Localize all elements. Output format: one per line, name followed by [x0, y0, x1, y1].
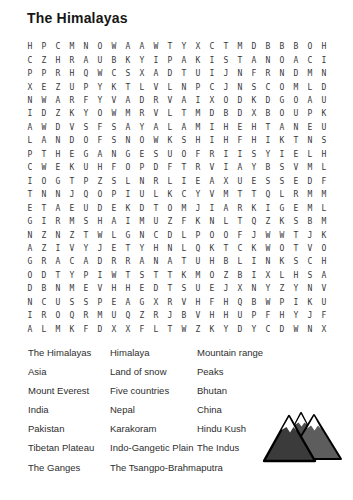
grid-cell: I — [23, 309, 37, 322]
grid-cell: F — [233, 228, 247, 241]
grid-cell: L — [219, 215, 233, 228]
grid-cell: A — [93, 148, 107, 161]
grid-cell: O — [177, 148, 191, 161]
mountains-icon — [263, 411, 345, 465]
grid-cell: T — [233, 188, 247, 201]
grid-cell: E — [135, 282, 149, 295]
grid-cell: T — [37, 201, 51, 214]
grid-cell: P — [79, 80, 93, 93]
grid-cell: M — [65, 40, 79, 53]
grid-cell: A — [177, 121, 191, 134]
grid-cell: T — [261, 121, 275, 134]
grid-cell: P — [79, 269, 93, 282]
grid-cell: E — [191, 175, 205, 188]
grid-cell: P — [247, 309, 261, 322]
grid-cell: S — [219, 53, 233, 66]
grid-cell: T — [65, 175, 79, 188]
grid-cell: J — [247, 228, 261, 241]
grid-cell: C — [205, 40, 219, 53]
grid-cell: D — [275, 323, 289, 336]
grid-cell: Y — [247, 161, 261, 174]
grid-cell: Q — [261, 188, 275, 201]
grid-cell: V — [149, 107, 163, 120]
grid-cell: I — [233, 148, 247, 161]
word-list-item: Himalaya — [110, 347, 197, 366]
grid-cell: A — [163, 255, 177, 268]
grid-cell: A — [275, 121, 289, 134]
grid-cell: Y — [177, 40, 191, 53]
grid-cell: A — [289, 53, 303, 66]
grid-cell: K — [65, 323, 79, 336]
grid-cell: S — [79, 121, 93, 134]
grid-cell: F — [191, 148, 205, 161]
grid-cell: T — [219, 40, 233, 53]
grid-cell: R — [149, 94, 163, 107]
grid-cell: R — [65, 53, 79, 66]
grid-cell: R — [37, 255, 51, 268]
grid-cell: Y — [261, 282, 275, 295]
grid-cell: B — [233, 269, 247, 282]
grid-cell: O — [93, 188, 107, 201]
grid-cell: X — [107, 323, 121, 336]
grid-cell: I — [275, 148, 289, 161]
grid-cell: U — [191, 67, 205, 80]
grid-cell: S — [149, 148, 163, 161]
grid-cell: H — [317, 40, 331, 53]
grid-cell: N — [23, 296, 37, 309]
grid-cell: N — [51, 188, 65, 201]
grid-cell: C — [261, 80, 275, 93]
grid-cell: B — [261, 40, 275, 53]
grid-cell: M — [191, 269, 205, 282]
grid-cell: T — [51, 269, 65, 282]
grid-cell: S — [303, 269, 317, 282]
grid-cell: G — [79, 148, 93, 161]
grid-cell: F — [205, 296, 219, 309]
grid-cell: N — [37, 188, 51, 201]
grid-cell: N — [51, 282, 65, 295]
grid-cell: Z — [93, 175, 107, 188]
grid-cell: Y — [191, 188, 205, 201]
grid-cell: C — [303, 255, 317, 268]
grid-cell: T — [149, 269, 163, 282]
grid-cell: F — [135, 323, 149, 336]
grid-cell: U — [233, 175, 247, 188]
grid-cell: M — [51, 323, 65, 336]
grid-cell: O — [275, 242, 289, 255]
grid-cell: G — [121, 228, 135, 241]
grid-cell: T — [233, 53, 247, 66]
grid-cell: K — [275, 255, 289, 268]
word-list-item: Indo-Gangetic Plain — [110, 442, 197, 461]
grid-cell: A — [23, 242, 37, 255]
grid-cell: O — [289, 94, 303, 107]
grid-cell: H — [219, 309, 233, 322]
grid-cell: R — [205, 148, 219, 161]
grid-cell: K — [247, 201, 261, 214]
grid-cell: T — [219, 242, 233, 255]
grid-cell: S — [107, 175, 121, 188]
grid-cell: W — [93, 67, 107, 80]
grid-cell: R — [289, 188, 303, 201]
grid-cell: A — [205, 175, 219, 188]
grid-cell: A — [79, 255, 93, 268]
page-title: The Himalayas — [27, 10, 128, 26]
grid-cell: B — [219, 255, 233, 268]
grid-cell: M — [93, 309, 107, 322]
grid-cell: Y — [79, 107, 93, 120]
grid-cell: N — [247, 282, 261, 295]
grid-cell: W — [107, 40, 121, 53]
grid-cell: U — [79, 161, 93, 174]
grid-cell: B — [303, 215, 317, 228]
grid-cell: N — [177, 80, 191, 93]
grid-cell: K — [247, 94, 261, 107]
grid-cell: A — [51, 201, 65, 214]
grid-cell: D — [93, 201, 107, 214]
grid-cell: O — [37, 175, 51, 188]
grid-cell: Q — [65, 309, 79, 322]
grid-cell: E — [135, 148, 149, 161]
grid-cell: U — [317, 296, 331, 309]
grid-cell: Z — [37, 53, 51, 66]
grid-cell: O — [219, 94, 233, 107]
grid-cell: K — [65, 107, 79, 120]
grid-cell: T — [163, 282, 177, 295]
grid-cell: K — [205, 323, 219, 336]
grid-cell: M — [219, 188, 233, 201]
grid-cell: N — [51, 134, 65, 147]
word-list-item: The Ganges — [28, 462, 110, 481]
grid-cell: E — [289, 201, 303, 214]
grid-cell: O — [135, 134, 149, 147]
grid-cell: J — [303, 309, 317, 322]
grid-cell: G — [275, 94, 289, 107]
grid-cell: E — [233, 121, 247, 134]
grid-cell: W — [37, 121, 51, 134]
grid-cell: Z — [275, 282, 289, 295]
grid-cell: O — [275, 53, 289, 66]
grid-cell: B — [275, 40, 289, 53]
grid-cell: X — [205, 94, 219, 107]
grid-cell: H — [205, 255, 219, 268]
word-list-item: Pakistan — [28, 423, 110, 442]
grid-cell: B — [219, 107, 233, 120]
grid-cell: H — [191, 296, 205, 309]
grid-cell: N — [51, 228, 65, 241]
grid-cell: A — [121, 121, 135, 134]
grid-cell: X — [149, 296, 163, 309]
grid-cell: P — [135, 161, 149, 174]
grid-cell: M — [191, 121, 205, 134]
word-list-item: Bhutan — [197, 385, 263, 404]
grid-cell: W — [261, 228, 275, 241]
grid-cell: Z — [135, 309, 149, 322]
grid-cell: K — [107, 80, 121, 93]
grid-cell: I — [93, 269, 107, 282]
grid-cell: R — [163, 296, 177, 309]
grid-cell: C — [205, 80, 219, 93]
grid-cell: A — [23, 323, 37, 336]
grid-cell: P — [191, 228, 205, 241]
grid-cell: I — [247, 255, 261, 268]
grid-cell: U — [163, 148, 177, 161]
word-list-item: Tibetan Plateau — [28, 442, 110, 461]
grid-cell: D — [233, 323, 247, 336]
grid-cell: M — [233, 40, 247, 53]
grid-cell: G — [135, 296, 149, 309]
grid-cell: S — [261, 175, 275, 188]
grid-cell: I — [205, 201, 219, 214]
grid-cell: A — [177, 94, 191, 107]
grid-cell: Z — [65, 228, 79, 241]
grid-cell: K — [317, 107, 331, 120]
grid-cell: I — [121, 215, 135, 228]
grid-cell: M — [191, 107, 205, 120]
grid-cell: O — [205, 228, 219, 241]
grid-cell: R — [51, 67, 65, 80]
grid-cell: H — [51, 148, 65, 161]
grid-cell: B — [261, 107, 275, 120]
grid-cell: N — [135, 228, 149, 241]
grid-cell: L — [163, 107, 177, 120]
grid-cell: L — [163, 121, 177, 134]
grid-cell: F — [93, 134, 107, 147]
grid-cell: M — [65, 282, 79, 295]
grid-cell: L — [107, 228, 121, 241]
grid-cell: F — [177, 215, 191, 228]
grid-cell: M — [303, 67, 317, 80]
grid-cell: N — [107, 148, 121, 161]
grid-cell: P — [23, 148, 37, 161]
grid-cell: J — [191, 201, 205, 214]
grid-cell: M — [135, 215, 149, 228]
grid-cell: V — [107, 94, 121, 107]
grid-cell: D — [289, 67, 303, 80]
grid-cell: S — [65, 296, 79, 309]
grid-cell: S — [247, 148, 261, 161]
word-list-item: Nepal — [110, 404, 197, 423]
grid-cell: C — [303, 53, 317, 66]
grid-cell: N — [79, 40, 93, 53]
grid-cell: E — [303, 121, 317, 134]
grid-cell: W — [149, 134, 163, 147]
grid-cell: T — [163, 323, 177, 336]
grid-cell: T — [79, 228, 93, 241]
grid-cell: I — [205, 121, 219, 134]
grid-cell: O — [121, 161, 135, 174]
grid-cell: C — [37, 296, 51, 309]
grid-cell: D — [233, 107, 247, 120]
grid-cell: M — [177, 201, 191, 214]
grid-cell: I — [23, 175, 37, 188]
grid-cell: J — [93, 242, 107, 255]
grid-cell: E — [65, 148, 79, 161]
grid-cell: Z — [37, 242, 51, 255]
grid-cell: I — [205, 134, 219, 147]
grid-cell: L — [23, 134, 37, 147]
grid-cell: Q — [247, 215, 261, 228]
grid-cell: U — [135, 188, 149, 201]
grid-cell: C — [233, 242, 247, 255]
grid-cell: L — [163, 80, 177, 93]
grid-cell: H — [191, 134, 205, 147]
word-list-item: Karakoram — [110, 423, 197, 442]
grid-cell: T — [289, 228, 303, 241]
grid-cell: Y — [261, 148, 275, 161]
grid-cell: H — [247, 121, 261, 134]
grid-cell: T — [163, 269, 177, 282]
grid-cell: K — [275, 134, 289, 147]
grid-cell: I — [219, 148, 233, 161]
grid-cell: P — [191, 80, 205, 93]
grid-cell: A — [233, 161, 247, 174]
grid-cell: T — [177, 255, 191, 268]
grid-cell: I — [37, 215, 51, 228]
grid-cell: R — [51, 215, 65, 228]
grid-cell: L — [275, 269, 289, 282]
grid-cell: Y — [79, 242, 93, 255]
grid-cell: P — [93, 296, 107, 309]
grid-cell: V — [163, 94, 177, 107]
grid-cell: D — [205, 107, 219, 120]
grid-cell: I — [51, 242, 65, 255]
grid-cell: F — [163, 161, 177, 174]
grid-cell: K — [121, 53, 135, 66]
grid-cell: U — [79, 201, 93, 214]
grid-cell: I — [205, 67, 219, 80]
grid-cell: Z — [163, 215, 177, 228]
grid-cell: O — [219, 228, 233, 241]
grid-cell: A — [219, 201, 233, 214]
word-list-item: The Indus — [197, 442, 263, 461]
grid-cell: S — [79, 296, 93, 309]
word-list-item: Peaks — [197, 366, 263, 385]
grid-cell: F — [79, 94, 93, 107]
grid-cell: A — [303, 94, 317, 107]
grid-cell: C — [177, 188, 191, 201]
grid-cell: U — [51, 296, 65, 309]
grid-cell: U — [93, 53, 107, 66]
grid-cell: V — [93, 282, 107, 295]
grid-cell: X — [247, 107, 261, 120]
grid-cell: Y — [135, 242, 149, 255]
grid-cell: N — [135, 175, 149, 188]
grid-cell: A — [121, 40, 135, 53]
grid-cell: H — [23, 40, 37, 53]
grid-cell: A — [51, 94, 65, 107]
grid-cell: E — [289, 148, 303, 161]
grid-cell: I — [177, 175, 191, 188]
grid-cell: F — [93, 121, 107, 134]
grid-cell: F — [247, 67, 261, 80]
grid-cell: U — [149, 215, 163, 228]
grid-cell: R — [191, 161, 205, 174]
grid-cell: S — [177, 134, 191, 147]
grid-cell: Z — [51, 107, 65, 120]
grid-cell: P — [37, 67, 51, 80]
grid-cell: R — [149, 175, 163, 188]
grid-cell: Z — [37, 228, 51, 241]
grid-cell: U — [317, 121, 331, 134]
grid-cell: M — [317, 215, 331, 228]
grid-cell: Y — [135, 53, 149, 66]
grid-cell: B — [177, 309, 191, 322]
grid-cell: R — [121, 255, 135, 268]
grid-cell: I — [247, 269, 261, 282]
grid-cell: C — [23, 53, 37, 66]
grid-cell: D — [317, 80, 331, 93]
grid-cell: N — [303, 134, 317, 147]
grid-cell: K — [205, 242, 219, 255]
grid-cell: D — [37, 107, 51, 120]
grid-cell: W — [107, 269, 121, 282]
grid-cell: V — [65, 242, 79, 255]
grid-cell: D — [135, 94, 149, 107]
grid-cell: L — [303, 80, 317, 93]
grid-cell: W — [261, 296, 275, 309]
word-list-item: Five countries — [110, 385, 197, 404]
grid-cell: E — [289, 175, 303, 188]
grid-cell: A — [51, 255, 65, 268]
grid-cell: Z — [261, 215, 275, 228]
grid-cell: L — [163, 175, 177, 188]
grid-cell: T — [163, 40, 177, 53]
grid-cell: S — [107, 121, 121, 134]
grid-cell: Q — [79, 188, 93, 201]
grid-cell: K — [163, 134, 177, 147]
grid-cell: U — [191, 282, 205, 295]
grid-cell: I — [289, 296, 303, 309]
grid-cell: K — [163, 188, 177, 201]
grid-cell: D — [163, 67, 177, 80]
grid-cell: V — [303, 242, 317, 255]
grid-cell: A — [149, 121, 163, 134]
grid-cell: A — [149, 67, 163, 80]
grid-cell: E — [37, 80, 51, 93]
grid-cell: H — [219, 134, 233, 147]
grid-cell: F — [261, 309, 275, 322]
grid-cell: L — [317, 201, 331, 214]
grid-cell: D — [163, 228, 177, 241]
grid-cell: Q — [191, 242, 205, 255]
grid-cell: M — [303, 161, 317, 174]
grid-cell: O — [163, 201, 177, 214]
grid-cell: W — [149, 40, 163, 53]
grid-cell: P — [79, 175, 93, 188]
grid-cell: V — [149, 80, 163, 93]
grid-cell: S — [107, 134, 121, 147]
grid-cell: H — [219, 296, 233, 309]
grid-cell: J — [219, 67, 233, 80]
grid-cell: T — [233, 215, 247, 228]
grid-cell: G — [23, 255, 37, 268]
word-list-item: Land of snow — [110, 366, 197, 385]
grid-cell: S — [121, 67, 135, 80]
grid-cell: D — [37, 269, 51, 282]
grid-cell: J — [65, 188, 79, 201]
grid-cell: X — [23, 80, 37, 93]
grid-cell: N — [149, 255, 163, 268]
grid-cell: W — [261, 242, 275, 255]
grid-cell: P — [107, 188, 121, 201]
grid-cell: G — [23, 215, 37, 228]
grid-cell: F — [317, 309, 331, 322]
grid-cell: D — [93, 323, 107, 336]
grid-cell: Z — [219, 269, 233, 282]
grid-cell: I — [149, 53, 163, 66]
grid-cell: P — [275, 296, 289, 309]
